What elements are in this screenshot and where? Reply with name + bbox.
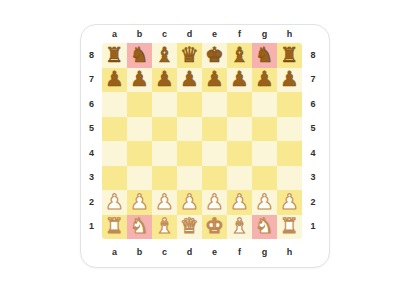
white-pawn-a2[interactable]: ♟︎ bbox=[105, 192, 124, 213]
black-pawn-b7[interactable]: ♟︎ bbox=[130, 69, 149, 90]
square-f1[interactable]: ♝︎ bbox=[227, 215, 252, 240]
square-a3[interactable] bbox=[102, 166, 127, 191]
square-e4[interactable] bbox=[202, 141, 227, 166]
rank-label-right-1: 1 bbox=[302, 222, 324, 231]
black-rook-a8[interactable]: ♜︎ bbox=[105, 45, 124, 66]
square-h1[interactable]: ♜︎ bbox=[277, 215, 302, 240]
board-card: abcdefgh 87654321 ♜︎♞︎♝︎♛︎♚︎♝︎♞︎♜︎♟︎♟︎♟︎… bbox=[80, 24, 330, 268]
white-pawn-d2[interactable]: ♟︎ bbox=[180, 192, 199, 213]
square-a7[interactable]: ♟︎ bbox=[102, 68, 127, 93]
white-pawn-c2[interactable]: ♟︎ bbox=[155, 192, 174, 213]
file-label-top-d: d bbox=[177, 30, 202, 39]
square-h3[interactable] bbox=[277, 166, 302, 191]
chess-board[interactable]: ♜︎♞︎♝︎♛︎♚︎♝︎♞︎♜︎♟︎♟︎♟︎♟︎♟︎♟︎♟︎♟︎♟︎♟︎♟︎♟︎… bbox=[102, 43, 302, 239]
square-d6[interactable] bbox=[177, 92, 202, 117]
white-pawn-h2[interactable]: ♟︎ bbox=[280, 192, 299, 213]
square-b8[interactable]: ♞︎ bbox=[127, 43, 152, 68]
rank-label-right-7: 7 bbox=[302, 75, 324, 84]
black-rook-h8[interactable]: ♜︎ bbox=[280, 45, 299, 66]
square-b2[interactable]: ♟︎ bbox=[127, 190, 152, 215]
file-label-bottom-b: b bbox=[127, 248, 152, 257]
white-bishop-c1[interactable]: ♝︎ bbox=[155, 216, 174, 237]
black-knight-b8[interactable]: ♞︎ bbox=[130, 45, 149, 66]
square-e7[interactable]: ♟︎ bbox=[202, 68, 227, 93]
square-h7[interactable]: ♟︎ bbox=[277, 68, 302, 93]
square-c6[interactable] bbox=[152, 92, 177, 117]
file-label-bottom-d: d bbox=[177, 248, 202, 257]
rank-label-left-8: 8 bbox=[81, 51, 102, 60]
square-e3[interactable] bbox=[202, 166, 227, 191]
file-label-top-c: c bbox=[152, 30, 177, 39]
square-d3[interactable] bbox=[177, 166, 202, 191]
square-a5[interactable] bbox=[102, 117, 127, 142]
square-f2[interactable]: ♟︎ bbox=[227, 190, 252, 215]
rank-labels-left: 87654321 bbox=[81, 43, 102, 239]
file-label-top-g: g bbox=[252, 30, 277, 39]
square-c5[interactable] bbox=[152, 117, 177, 142]
file-label-top-h: h bbox=[277, 30, 302, 39]
black-queen-d8[interactable]: ♛︎ bbox=[180, 45, 199, 66]
square-b7[interactable]: ♟︎ bbox=[127, 68, 152, 93]
file-labels-bottom: abcdefgh bbox=[102, 239, 302, 265]
rank-label-left-4: 4 bbox=[81, 149, 102, 158]
file-label-top-e: e bbox=[202, 30, 227, 39]
square-f7[interactable]: ♟︎ bbox=[227, 68, 252, 93]
square-h5[interactable] bbox=[277, 117, 302, 142]
white-rook-h1[interactable]: ♜︎ bbox=[280, 216, 299, 237]
square-c1[interactable]: ♝︎ bbox=[152, 215, 177, 240]
rank-label-left-2: 2 bbox=[81, 198, 102, 207]
rank-label-right-4: 4 bbox=[302, 149, 324, 158]
file-label-bottom-h: h bbox=[277, 248, 302, 257]
square-g7[interactable]: ♟︎ bbox=[252, 68, 277, 93]
square-e6[interactable] bbox=[202, 92, 227, 117]
rank-label-left-7: 7 bbox=[81, 75, 102, 84]
square-g1[interactable]: ♞︎ bbox=[252, 215, 277, 240]
black-pawn-c7[interactable]: ♟︎ bbox=[155, 69, 174, 90]
square-c7[interactable]: ♟︎ bbox=[152, 68, 177, 93]
square-a4[interactable] bbox=[102, 141, 127, 166]
square-g2[interactable]: ♟︎ bbox=[252, 190, 277, 215]
black-knight-g8[interactable]: ♞︎ bbox=[255, 45, 274, 66]
square-f4[interactable] bbox=[227, 141, 252, 166]
white-pawn-b2[interactable]: ♟︎ bbox=[130, 192, 149, 213]
square-a8[interactable]: ♜︎ bbox=[102, 43, 127, 68]
white-pawn-f2[interactable]: ♟︎ bbox=[230, 192, 249, 213]
file-label-bottom-a: a bbox=[102, 248, 127, 257]
square-b6[interactable] bbox=[127, 92, 152, 117]
square-h2[interactable]: ♟︎ bbox=[277, 190, 302, 215]
black-king-e8[interactable]: ♚︎ bbox=[205, 45, 224, 66]
square-b4[interactable] bbox=[127, 141, 152, 166]
white-bishop-f1[interactable]: ♝︎ bbox=[230, 216, 249, 237]
chess-app-canvas: abcdefgh 87654321 ♜︎♞︎♝︎♛︎♚︎♝︎♞︎♜︎♟︎♟︎♟︎… bbox=[0, 0, 400, 286]
black-pawn-h7[interactable]: ♟︎ bbox=[280, 69, 299, 90]
file-labels-top: abcdefgh bbox=[102, 25, 302, 43]
square-f8[interactable]: ♝︎ bbox=[227, 43, 252, 68]
square-e2[interactable]: ♟︎ bbox=[202, 190, 227, 215]
white-pawn-g2[interactable]: ♟︎ bbox=[255, 192, 274, 213]
black-pawn-a7[interactable]: ♟︎ bbox=[105, 69, 124, 90]
rank-label-left-6: 6 bbox=[81, 100, 102, 109]
black-bishop-c8[interactable]: ♝︎ bbox=[155, 45, 174, 66]
file-label-top-a: a bbox=[102, 30, 127, 39]
square-c3[interactable] bbox=[152, 166, 177, 191]
rank-label-left-3: 3 bbox=[81, 173, 102, 182]
file-label-top-b: b bbox=[127, 30, 152, 39]
square-h4[interactable] bbox=[277, 141, 302, 166]
file-label-bottom-c: c bbox=[152, 248, 177, 257]
square-e8[interactable]: ♚︎ bbox=[202, 43, 227, 68]
black-pawn-g7[interactable]: ♟︎ bbox=[255, 69, 274, 90]
square-f3[interactable] bbox=[227, 166, 252, 191]
square-h8[interactable]: ♜︎ bbox=[277, 43, 302, 68]
square-f5[interactable] bbox=[227, 117, 252, 142]
rank-labels-right: 87654321 bbox=[302, 43, 324, 239]
square-d2[interactable]: ♟︎ bbox=[177, 190, 202, 215]
rank-label-right-3: 3 bbox=[302, 173, 324, 182]
square-h6[interactable] bbox=[277, 92, 302, 117]
square-b5[interactable] bbox=[127, 117, 152, 142]
file-label-bottom-e: e bbox=[202, 248, 227, 257]
square-e1[interactable]: ♚︎ bbox=[202, 215, 227, 240]
square-g3[interactable] bbox=[252, 166, 277, 191]
square-d4[interactable] bbox=[177, 141, 202, 166]
square-g4[interactable] bbox=[252, 141, 277, 166]
square-c4[interactable] bbox=[152, 141, 177, 166]
white-queen-d1[interactable]: ♛︎ bbox=[180, 216, 199, 237]
square-g6[interactable] bbox=[252, 92, 277, 117]
white-king-e1[interactable]: ♚︎ bbox=[205, 216, 224, 237]
rank-label-right-6: 6 bbox=[302, 100, 324, 109]
black-pawn-e7[interactable]: ♟︎ bbox=[205, 69, 224, 90]
square-g5[interactable] bbox=[252, 117, 277, 142]
square-a1[interactable]: ♜︎ bbox=[102, 215, 127, 240]
square-c8[interactable]: ♝︎ bbox=[152, 43, 177, 68]
square-e5[interactable] bbox=[202, 117, 227, 142]
file-label-bottom-g: g bbox=[252, 248, 277, 257]
square-a2[interactable]: ♟︎ bbox=[102, 190, 127, 215]
square-b3[interactable] bbox=[127, 166, 152, 191]
white-rook-a1[interactable]: ♜︎ bbox=[105, 216, 124, 237]
white-knight-b1[interactable]: ♞︎ bbox=[130, 216, 149, 237]
file-label-bottom-f: f bbox=[227, 248, 252, 257]
square-b1[interactable]: ♞︎ bbox=[127, 215, 152, 240]
rank-label-left-5: 5 bbox=[81, 124, 102, 133]
black-pawn-d7[interactable]: ♟︎ bbox=[180, 69, 199, 90]
square-a6[interactable] bbox=[102, 92, 127, 117]
square-d7[interactable]: ♟︎ bbox=[177, 68, 202, 93]
rank-label-right-5: 5 bbox=[302, 124, 324, 133]
black-pawn-f7[interactable]: ♟︎ bbox=[230, 69, 249, 90]
square-c2[interactable]: ♟︎ bbox=[152, 190, 177, 215]
black-bishop-f8[interactable]: ♝︎ bbox=[230, 45, 249, 66]
square-d8[interactable]: ♛︎ bbox=[177, 43, 202, 68]
white-knight-g1[interactable]: ♞︎ bbox=[255, 216, 274, 237]
white-pawn-e2[interactable]: ♟︎ bbox=[205, 192, 224, 213]
square-g8[interactable]: ♞︎ bbox=[252, 43, 277, 68]
square-d1[interactable]: ♛︎ bbox=[177, 215, 202, 240]
square-d5[interactable] bbox=[177, 117, 202, 142]
rank-label-left-1: 1 bbox=[81, 222, 102, 231]
file-label-top-f: f bbox=[227, 30, 252, 39]
rank-label-right-8: 8 bbox=[302, 51, 324, 60]
square-f6[interactable] bbox=[227, 92, 252, 117]
rank-label-right-2: 2 bbox=[302, 198, 324, 207]
